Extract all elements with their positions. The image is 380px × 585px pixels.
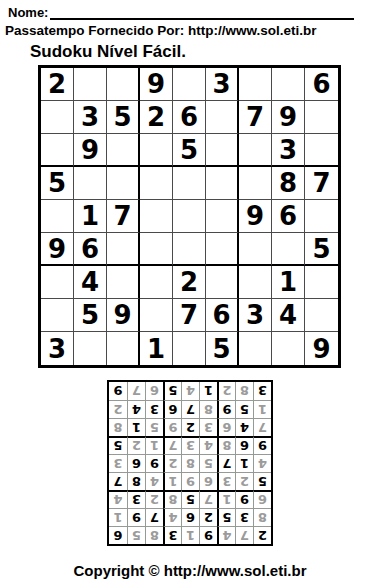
cell-r2c2: 3 (74, 101, 107, 134)
solution-cell-r4c1: 5 (253, 472, 271, 490)
cell-r7c4[interactable] (140, 266, 173, 299)
solution-cell-r8c5: 7 (181, 400, 199, 418)
cell-r4c1: 5 (41, 167, 74, 200)
solution-cell-r2c4: 2 (199, 508, 217, 526)
cell-r1c5[interactable] (173, 68, 206, 101)
cell-r4c8: 8 (272, 167, 305, 200)
solution-cell-r6c2: 6 (235, 436, 253, 454)
solution-cell-r7c3: 6 (217, 418, 235, 436)
solution-cell-r3c7: 2 (145, 490, 163, 508)
cell-r1c3[interactable] (107, 68, 140, 101)
cell-r4c4[interactable] (140, 167, 173, 200)
cell-r5c3: 7 (107, 200, 140, 233)
cell-r4c9: 7 (305, 167, 338, 200)
solution-cell-r5c4: 5 (199, 454, 217, 472)
cell-r3c7[interactable] (239, 134, 272, 167)
solution-cell-r4c5: 9 (181, 472, 199, 490)
solution-cell-r2c1: 8 (253, 508, 271, 526)
cell-r4c3[interactable] (107, 167, 140, 200)
solution-cell-r4c9: 7 (109, 472, 127, 490)
cell-r8c6: 6 (206, 299, 239, 332)
solution-cell-r6c4: 4 (199, 436, 217, 454)
cell-r3c8: 3 (272, 134, 305, 167)
solution-cell-r2c7: 7 (145, 508, 163, 526)
solution-cell-r1c8: 5 (127, 526, 145, 544)
cell-r3c3[interactable] (107, 134, 140, 167)
cell-r7c7[interactable] (239, 266, 272, 299)
solution-cell-r3c8: 3 (127, 490, 145, 508)
cell-r1c8[interactable] (272, 68, 305, 101)
cell-r8c3: 9 (107, 299, 140, 332)
cell-r8c8: 4 (272, 299, 305, 332)
solution-cell-r3c9: 4 (109, 490, 127, 508)
solution-cell-r6c9: 5 (109, 436, 127, 454)
name-row: Nome: (8, 5, 354, 20)
solution-cell-r8c7: 3 (145, 400, 163, 418)
solution-cell-r6c3: 8 (217, 436, 235, 454)
cell-r3c6[interactable] (206, 134, 239, 167)
solution-cell-r9c3: 2 (217, 382, 235, 400)
cell-r5c7: 9 (239, 200, 272, 233)
solution-cell-r7c6: 9 (163, 418, 181, 436)
solution-cell-r9c1: 3 (253, 382, 271, 400)
cell-r5c6[interactable] (206, 200, 239, 233)
solution-cell-r2c6: 4 (163, 508, 181, 526)
puzzle-grid: 293635267995358717969654215976343159 (38, 65, 341, 368)
solution-cell-r7c9: 8 (109, 418, 127, 436)
solution-cell-r2c2: 3 (235, 508, 253, 526)
solution-cell-r7c7: 5 (145, 418, 163, 436)
solution-cell-r1c5: 1 (181, 526, 199, 544)
solution-cell-r6c8: 2 (127, 436, 145, 454)
solution-cell-r7c5: 2 (181, 418, 199, 436)
cell-r9c7[interactable] (239, 332, 272, 365)
cell-r6c7[interactable] (239, 233, 272, 266)
cell-r8c7: 3 (239, 299, 272, 332)
page-title: Sudoku Nível Fácil. (30, 42, 380, 62)
cell-r3c5: 5 (173, 134, 206, 167)
cell-r7c9[interactable] (305, 266, 338, 299)
solution-cell-r8c9: 2 (109, 400, 127, 418)
solution-cell-r4c7: 4 (145, 472, 163, 490)
cell-r9c5[interactable] (173, 332, 206, 365)
cell-r7c8: 1 (272, 266, 305, 299)
solution-cell-r6c5: 3 (181, 436, 199, 454)
cell-r9c2[interactable] (74, 332, 107, 365)
cell-r1c7[interactable] (239, 68, 272, 101)
solution-cell-r1c3: 4 (217, 526, 235, 544)
cell-r2c5: 6 (173, 101, 206, 134)
solution-cell-r9c4: 1 (199, 382, 217, 400)
cell-r6c1: 9 (41, 233, 74, 266)
cell-r8c5: 7 (173, 299, 206, 332)
solution-cell-r7c2: 4 (235, 418, 253, 436)
cell-r8c1[interactable] (41, 299, 74, 332)
cell-r6c3[interactable] (107, 233, 140, 266)
solution-cell-r2c3: 5 (217, 508, 235, 526)
cell-r2c3: 5 (107, 101, 140, 134)
cell-r9c6: 5 (206, 332, 239, 365)
solution-cell-r1c9: 6 (109, 526, 127, 544)
solution-cell-r8c8: 4 (127, 400, 145, 418)
solution-cell-r3c3: 1 (217, 490, 235, 508)
solution-cell-r3c1: 6 (253, 490, 271, 508)
solution-cell-r7c8: 1 (127, 418, 145, 436)
cell-r7c2: 4 (74, 266, 107, 299)
name-write-in-line (50, 5, 354, 20)
cell-r7c1[interactable] (41, 266, 74, 299)
solution-cell-r5c8: 6 (127, 454, 145, 472)
solution-cell-r4c6: 1 (163, 472, 181, 490)
cell-r1c4: 9 (140, 68, 173, 101)
cell-r5c9[interactable] (305, 200, 338, 233)
solution-cell-r7c1: 7 (253, 418, 271, 436)
cell-r5c2: 1 (74, 200, 107, 233)
solution-cell-r3c4: 7 (199, 490, 217, 508)
cell-r1c2[interactable] (74, 68, 107, 101)
solution-cell-r8c1: 1 (253, 400, 271, 418)
cell-r8c4[interactable] (140, 299, 173, 332)
solution-cell-r1c7: 8 (145, 526, 163, 544)
solution-cell-r1c4: 9 (199, 526, 217, 544)
cell-r7c6[interactable] (206, 266, 239, 299)
cell-r1c1: 2 (41, 68, 74, 101)
cell-r9c8[interactable] (272, 332, 305, 365)
cell-r7c3[interactable] (107, 266, 140, 299)
cell-r2c8: 9 (272, 101, 305, 134)
solution-cell-r9c6: 5 (163, 382, 181, 400)
cell-r3c9[interactable] (305, 134, 338, 167)
solution-cell-r8c3: 9 (217, 400, 235, 418)
cell-r9c1: 3 (41, 332, 74, 365)
solution-cell-r3c6: 8 (163, 490, 181, 508)
cell-r5c8: 6 (272, 200, 305, 233)
solution-cell-r8c4: 8 (199, 400, 217, 418)
cell-r3c1[interactable] (41, 134, 74, 167)
cell-r2c9[interactable] (305, 101, 338, 134)
solution-cell-r8c6: 6 (163, 400, 181, 418)
solution-cell-r2c8: 9 (127, 508, 145, 526)
cell-r4c5[interactable] (173, 167, 206, 200)
solution-cell-r9c9: 9 (109, 382, 127, 400)
cell-r6c6[interactable] (206, 233, 239, 266)
solution-cell-r7c4: 3 (199, 418, 217, 436)
cell-r5c5[interactable] (173, 200, 206, 233)
cell-r7c5: 2 (173, 266, 206, 299)
cell-r3c4[interactable] (140, 134, 173, 167)
solution-cell-r2c9: 1 (109, 508, 127, 526)
solution-grid: 2749138568352647916917582345236914874175… (107, 380, 273, 546)
solution-cell-r9c2: 8 (235, 382, 253, 400)
provider-line: Passatempo Fornecido Por: http://www.sol… (5, 23, 380, 38)
cell-r1c6: 3 (206, 68, 239, 101)
cell-r3c2: 9 (74, 134, 107, 167)
cell-r9c3[interactable] (107, 332, 140, 365)
cell-r4c6[interactable] (206, 167, 239, 200)
cell-r5c4[interactable] (140, 200, 173, 233)
solution-cell-r1c1: 2 (253, 526, 271, 544)
solution-cell-r3c2: 9 (235, 490, 253, 508)
solution-cell-r4c3: 3 (217, 472, 235, 490)
solution-cell-r5c1: 4 (253, 454, 271, 472)
cell-r6c4[interactable] (140, 233, 173, 266)
cell-r8c2: 5 (74, 299, 107, 332)
solution-cell-r1c2: 7 (235, 526, 253, 544)
cell-r1c9: 6 (305, 68, 338, 101)
name-label: Nome: (8, 5, 48, 20)
solution-cell-r4c8: 8 (127, 472, 145, 490)
solution-cell-r1c6: 3 (163, 526, 181, 544)
solution-cell-r4c2: 2 (235, 472, 253, 490)
solution-cell-r8c2: 5 (235, 400, 253, 418)
cell-r5c1[interactable] (41, 200, 74, 233)
cell-r4c7[interactable] (239, 167, 272, 200)
cell-r2c7: 7 (239, 101, 272, 134)
solution-cell-r5c2: 1 (235, 454, 253, 472)
solution-cell-r6c1: 9 (253, 436, 271, 454)
solution-cell-r2c5: 6 (181, 508, 199, 526)
solution-cell-r9c7: 6 (145, 382, 163, 400)
cell-r4c2[interactable] (74, 167, 107, 200)
cell-r9c4: 1 (140, 332, 173, 365)
cell-r8c9[interactable] (305, 299, 338, 332)
solution-area: 2749138568352647916917582345236914874175… (0, 380, 380, 546)
cell-r6c8[interactable] (272, 233, 305, 266)
solution-cell-r9c8: 7 (127, 382, 145, 400)
solution-cell-r5c3: 7 (217, 454, 235, 472)
solution-cell-r3c5: 5 (181, 490, 199, 508)
solution-cell-r9c5: 4 (181, 382, 199, 400)
cell-r2c4: 2 (140, 101, 173, 134)
cell-r6c5[interactable] (173, 233, 206, 266)
solution-cell-r5c9: 3 (109, 454, 127, 472)
cell-r2c1[interactable] (41, 101, 74, 134)
solution-cell-r5c7: 9 (145, 454, 163, 472)
cell-r6c2: 6 (74, 233, 107, 266)
solution-cell-r6c7: 1 (145, 436, 163, 454)
solution-cell-r6c6: 7 (163, 436, 181, 454)
cell-r6c9: 5 (305, 233, 338, 266)
copyright-text: Copyright © http://www.sol.eti.br (0, 562, 380, 579)
cell-r2c6[interactable] (206, 101, 239, 134)
solution-cell-r5c5: 8 (181, 454, 199, 472)
solution-cell-r5c6: 2 (163, 454, 181, 472)
solution-cell-r4c4: 6 (199, 472, 217, 490)
cell-r9c9: 9 (305, 332, 338, 365)
